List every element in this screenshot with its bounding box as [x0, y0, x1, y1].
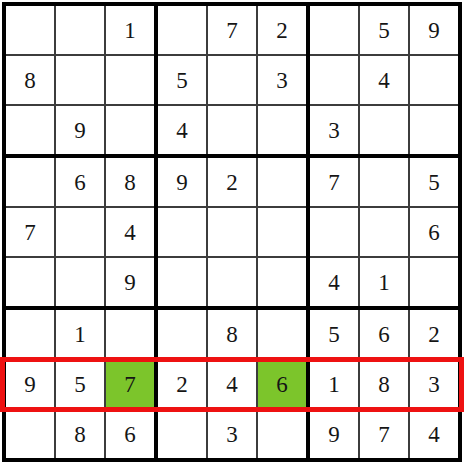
- cell-r8c2[interactable]: 5: [56, 360, 104, 408]
- cell-r3c7[interactable]: 3: [310, 106, 358, 154]
- cell-r3c9[interactable]: [410, 106, 458, 154]
- cell-r4c4[interactable]: 9: [158, 158, 206, 206]
- cell-r6c2[interactable]: [56, 258, 104, 306]
- cell-r5c3[interactable]: 4: [106, 208, 154, 256]
- cell-r7c6[interactable]: [258, 310, 306, 358]
- cell-r1c8[interactable]: 5: [360, 6, 408, 54]
- cell-r2c4[interactable]: 5: [158, 56, 206, 104]
- cell-r9c7[interactable]: 9: [310, 410, 358, 458]
- cell-r3c1[interactable]: [6, 106, 54, 154]
- cell-r7c1[interactable]: [6, 310, 54, 358]
- cell-r6c6[interactable]: [258, 258, 306, 306]
- cell-r6c7[interactable]: 4: [310, 258, 358, 306]
- cell-r3c2[interactable]: 9: [56, 106, 104, 154]
- cell-r6c5[interactable]: [208, 258, 256, 306]
- cell-r3c8[interactable]: [360, 106, 408, 154]
- cell-r5c4[interactable]: [158, 208, 206, 256]
- cell-r1c1[interactable]: [6, 6, 54, 54]
- cell-r9c2[interactable]: 8: [56, 410, 104, 458]
- cell-r9c8[interactable]: 7: [360, 410, 408, 458]
- cell-r7c9[interactable]: 2: [410, 310, 458, 358]
- cell-r8c7[interactable]: 1: [310, 360, 358, 408]
- cell-r6c4[interactable]: [158, 258, 206, 306]
- cell-r2c5[interactable]: [208, 56, 256, 104]
- cell-r8c9[interactable]: 3: [410, 360, 458, 408]
- cell-r5c1[interactable]: 7: [6, 208, 54, 256]
- cell-r9c6[interactable]: [258, 410, 306, 458]
- cell-r8c5[interactable]: 4: [208, 360, 256, 408]
- cell-r9c5[interactable]: 3: [208, 410, 256, 458]
- cell-r2c1[interactable]: 8: [6, 56, 54, 104]
- cell-r1c5[interactable]: 7: [208, 6, 256, 54]
- cell-r2c9[interactable]: [410, 56, 458, 104]
- cell-r8c4[interactable]: 2: [158, 360, 206, 408]
- cell-r2c7[interactable]: [310, 56, 358, 104]
- cell-r1c2[interactable]: [56, 6, 104, 54]
- cell-r9c4[interactable]: [158, 410, 206, 458]
- sudoku-screenshot: 1725985349436892757469411856295724618386…: [0, 0, 464, 464]
- cell-r7c5[interactable]: 8: [208, 310, 256, 358]
- cell-r6c1[interactable]: [6, 258, 54, 306]
- cell-r5c8[interactable]: [360, 208, 408, 256]
- cell-r6c9[interactable]: [410, 258, 458, 306]
- cell-r7c4[interactable]: [158, 310, 206, 358]
- cell-r5c7[interactable]: [310, 208, 358, 256]
- cell-r3c5[interactable]: [208, 106, 256, 154]
- cell-r9c3[interactable]: 6: [106, 410, 154, 458]
- cell-r5c5[interactable]: [208, 208, 256, 256]
- cell-r6c8[interactable]: 1: [360, 258, 408, 306]
- cell-r7c2[interactable]: 1: [56, 310, 104, 358]
- cell-r4c2[interactable]: 6: [56, 158, 104, 206]
- cell-r2c8[interactable]: 4: [360, 56, 408, 104]
- cell-r8c1[interactable]: 9: [6, 360, 54, 408]
- cell-r4c9[interactable]: 5: [410, 158, 458, 206]
- cell-r5c2[interactable]: [56, 208, 104, 256]
- cell-r8c3-green-highlight[interactable]: 7: [106, 360, 154, 408]
- cell-r7c7[interactable]: 5: [310, 310, 358, 358]
- cell-r8c6-green-highlight[interactable]: 6: [258, 360, 306, 408]
- board: 1725985349436892757469411856295724618386…: [2, 2, 462, 462]
- cell-r5c6[interactable]: [258, 208, 306, 256]
- cell-r2c2[interactable]: [56, 56, 104, 104]
- cell-r7c8[interactable]: 6: [360, 310, 408, 358]
- cell-r4c1[interactable]: [6, 158, 54, 206]
- cell-r3c4[interactable]: 4: [158, 106, 206, 154]
- cell-r5c9[interactable]: 6: [410, 208, 458, 256]
- cell-r1c9[interactable]: 9: [410, 6, 458, 54]
- cell-r1c7[interactable]: [310, 6, 358, 54]
- cell-r1c3[interactable]: 1: [106, 6, 154, 54]
- cell-r1c4[interactable]: [158, 6, 206, 54]
- cell-r1c6[interactable]: 2: [258, 6, 306, 54]
- cell-r2c6[interactable]: 3: [258, 56, 306, 104]
- cell-r4c8[interactable]: [360, 158, 408, 206]
- cell-r9c1[interactable]: [6, 410, 54, 458]
- cell-r4c5[interactable]: 2: [208, 158, 256, 206]
- cell-r7c3[interactable]: [106, 310, 154, 358]
- cell-r4c6[interactable]: [258, 158, 306, 206]
- cell-r3c6[interactable]: [258, 106, 306, 154]
- cell-r4c3[interactable]: 8: [106, 158, 154, 206]
- cell-r8c8[interactable]: 8: [360, 360, 408, 408]
- cell-r3c3[interactable]: [106, 106, 154, 154]
- cell-r2c3[interactable]: [106, 56, 154, 104]
- cell-r6c3[interactable]: 9: [106, 258, 154, 306]
- cell-r4c7[interactable]: 7: [310, 158, 358, 206]
- cell-r9c9[interactable]: 4: [410, 410, 458, 458]
